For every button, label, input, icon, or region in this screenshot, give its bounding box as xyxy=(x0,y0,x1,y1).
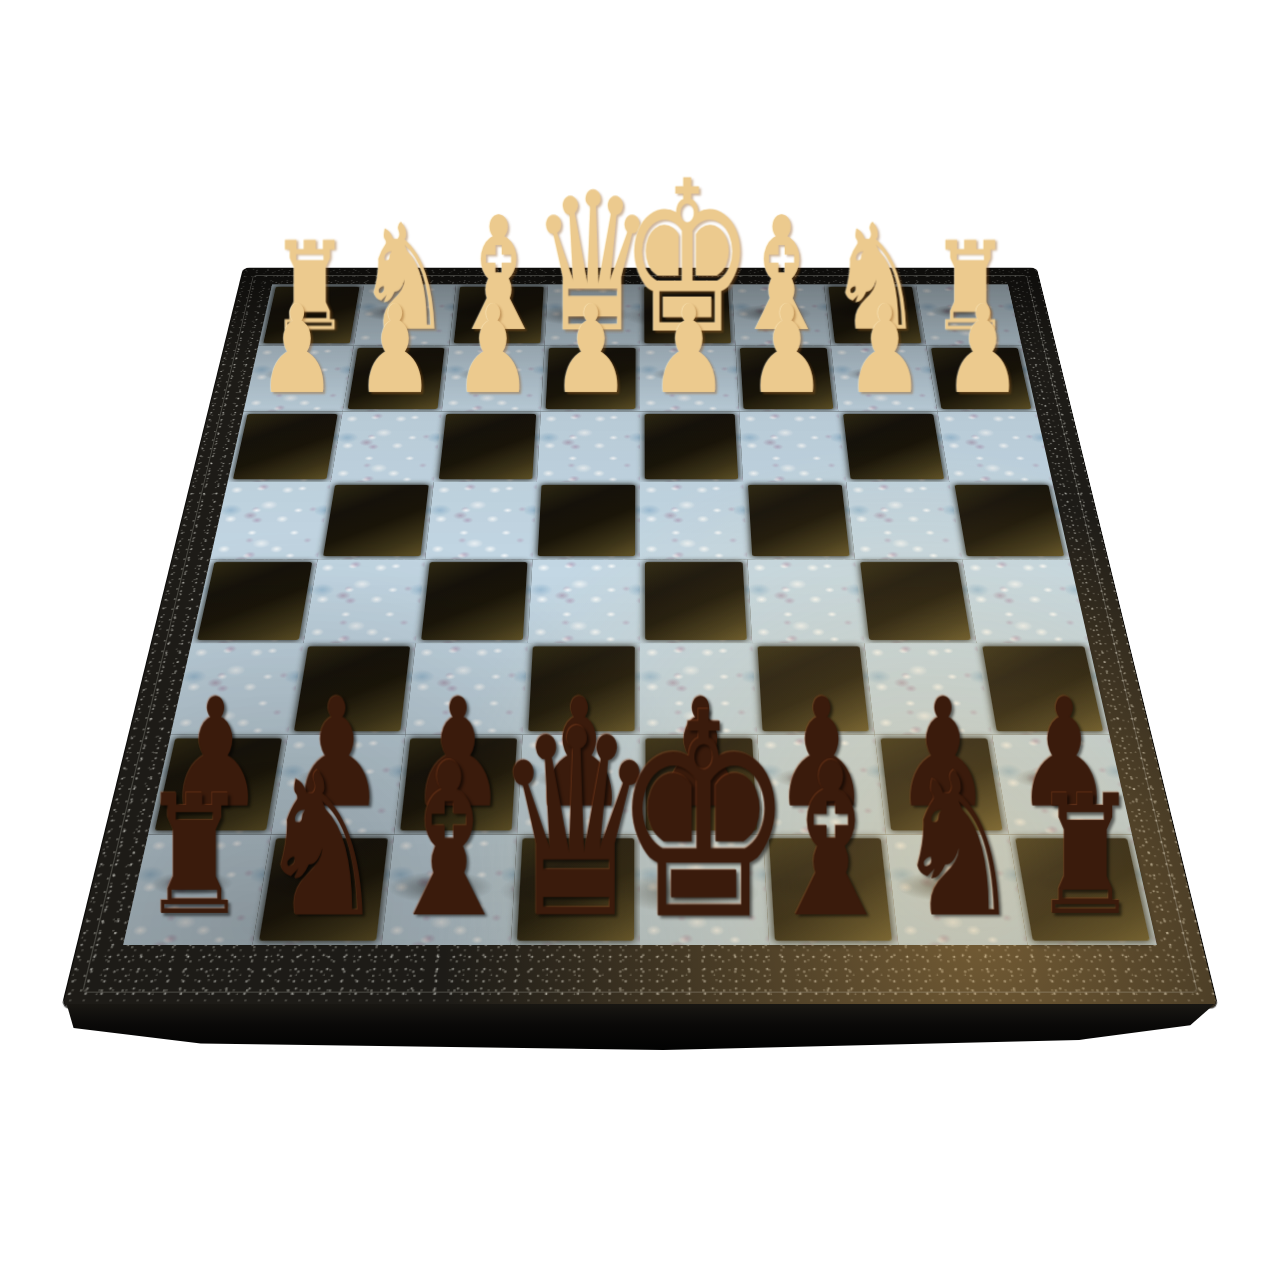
square-r5c4 xyxy=(528,559,640,643)
square-r5c8 xyxy=(962,559,1088,643)
piece-glyph-bishop: ♝ xyxy=(762,735,899,947)
piece-glyph-knight: ♞ xyxy=(894,746,1022,944)
square-r5c6 xyxy=(747,559,864,643)
square-r8c8: ♜ xyxy=(1009,835,1157,945)
dark-bishop: ♝ xyxy=(381,735,518,911)
photo-scene: ♜♞♝♛♚♝♞♜♟♟♟♟♟♟♟♟♟♟♟♟♟♟♟♟♜♞♝♛♚♝♞♜ xyxy=(0,0,1280,1280)
square-r8c5: ♚ xyxy=(640,835,769,945)
piece-glyph-rook: ♜ xyxy=(1032,774,1138,939)
dark-bishop: ♝ xyxy=(762,735,899,911)
square-r8c7: ♞ xyxy=(886,835,1028,945)
dark-knight: ♞ xyxy=(894,746,1022,910)
piece-glyph-knight: ♞ xyxy=(258,746,386,944)
square-r5c5 xyxy=(640,559,752,643)
square-r5c1 xyxy=(191,559,317,643)
piece-glyph-rook: ♜ xyxy=(141,774,247,939)
piece-glyph-bishop: ♝ xyxy=(381,735,518,947)
dark-rook: ♜ xyxy=(141,774,247,911)
square-r8c3: ♝ xyxy=(382,835,517,945)
square-r8c1: ♜ xyxy=(123,835,271,945)
square-r5c2 xyxy=(303,559,425,643)
dark-knight: ♞ xyxy=(258,746,386,910)
square-r5c3 xyxy=(416,559,533,643)
square-r5c7 xyxy=(855,559,977,643)
board-front-edge xyxy=(62,1004,1218,1050)
dark-rook: ♜ xyxy=(1032,774,1138,911)
chess-board: ♜♞♝♛♚♝♞♜♟♟♟♟♟♟♟♟♟♟♟♟♟♟♟♟♜♞♝♛♚♝♞♜ xyxy=(62,268,1217,1007)
square-r8c2: ♞ xyxy=(252,835,394,945)
square-r8c6: ♝ xyxy=(763,835,898,945)
